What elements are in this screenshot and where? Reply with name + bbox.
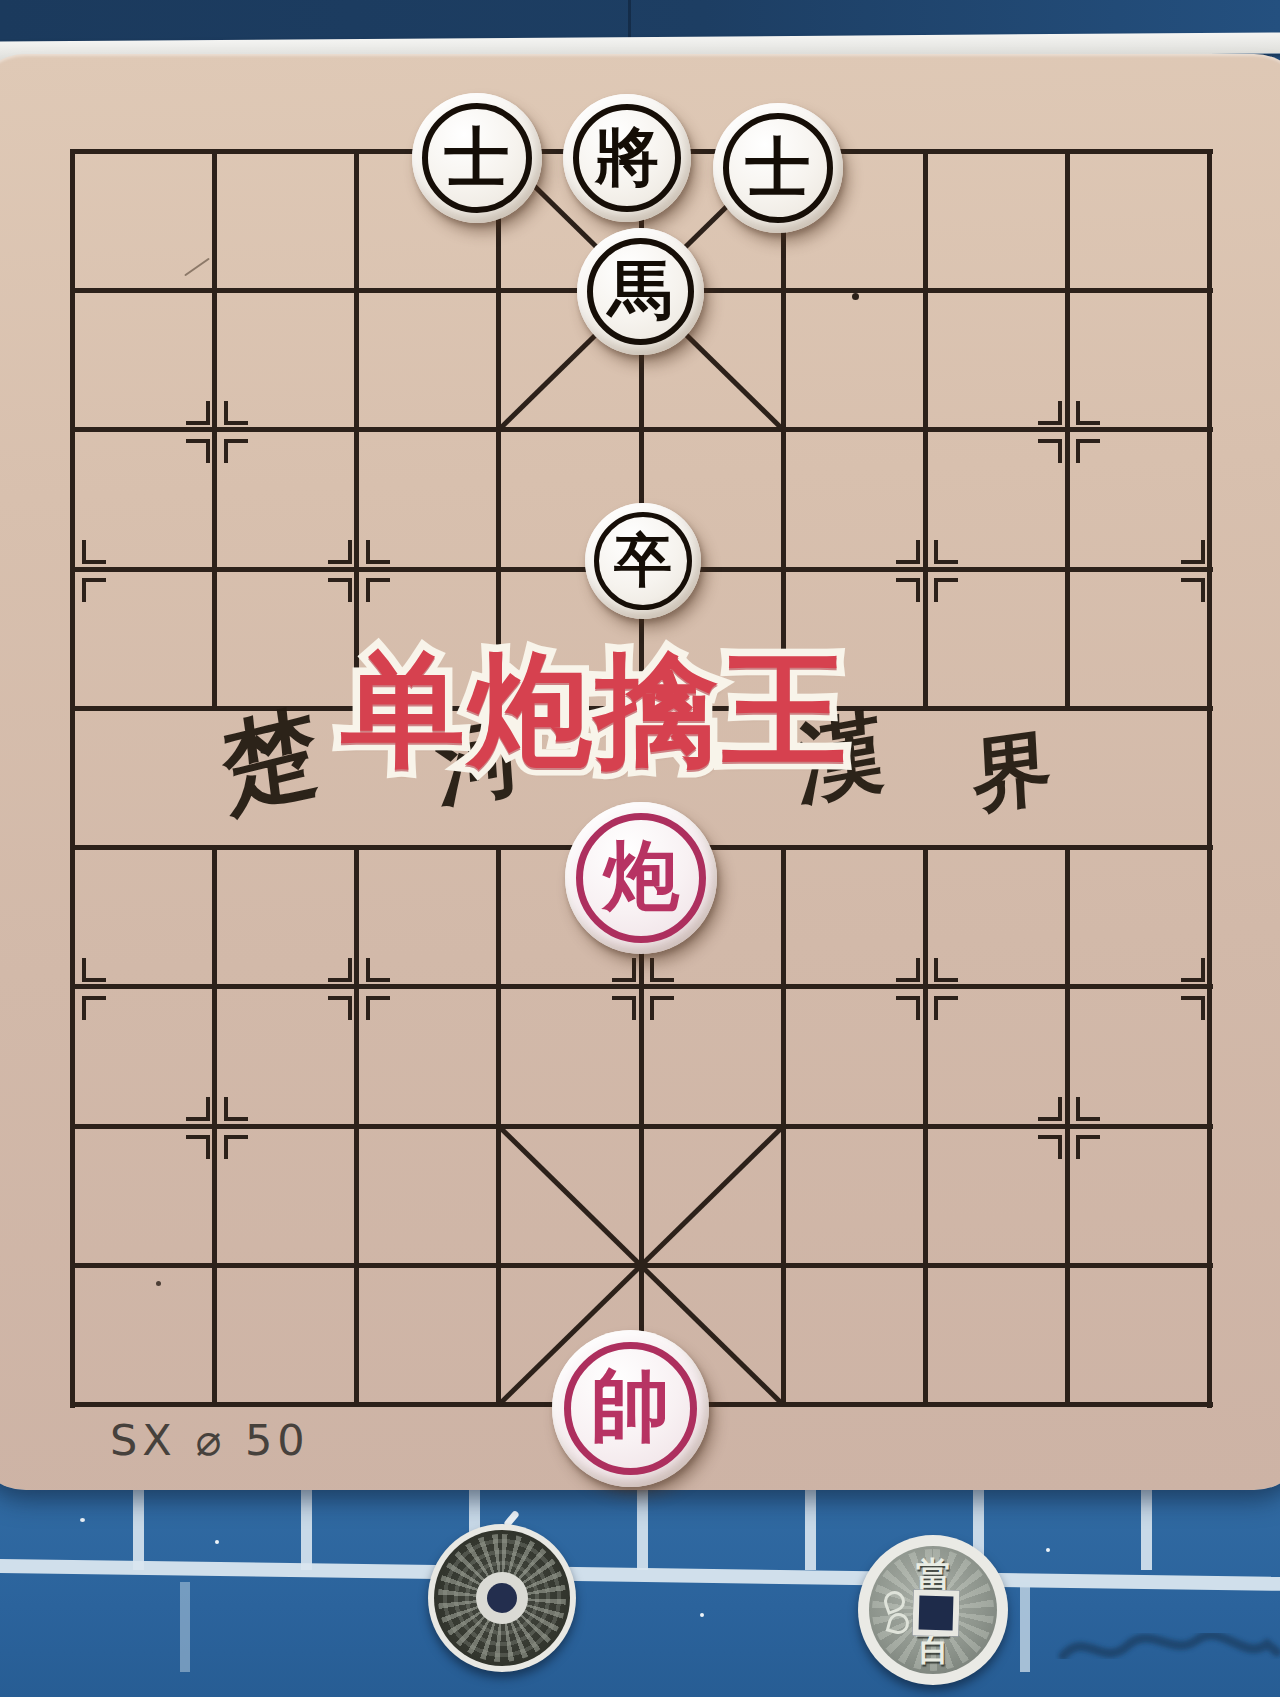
piece-ring: 馬 — [587, 238, 694, 345]
photo-scene: 楚 河 漢 界 士將士馬卒炮帥 单炮擒王 单炮擒王 SX ⌀ 50 當 百 — [0, 0, 1280, 1697]
puzzle-title: 单炮擒王 单炮擒王 — [341, 629, 849, 796]
piece-ring: 士 — [723, 113, 833, 223]
piece-ring: 將 — [573, 104, 681, 212]
piece-black-general[interactable]: 將 — [563, 94, 691, 222]
piece-black-advisor-1[interactable]: 士 — [412, 93, 542, 223]
piece-glyph-士: 士 — [746, 134, 811, 199]
piece-black-soldier[interactable]: 卒 — [585, 503, 701, 619]
piece-black-advisor-2[interactable]: 士 — [713, 103, 843, 233]
coin-square-hole — [912, 1589, 959, 1636]
piece-red-cannon[interactable]: 炮 — [565, 802, 717, 954]
river-char-chu: 楚 — [218, 700, 323, 819]
piece-glyph-帥: 帥 — [591, 1367, 670, 1446]
piece-glyph-卒: 卒 — [614, 531, 672, 589]
piece-glyph-炮: 炮 — [603, 838, 679, 914]
piece-glyph-馬: 馬 — [608, 258, 672, 322]
mat-size-label: SX ⌀ 50 — [110, 1415, 310, 1465]
piece-ring: 士 — [422, 103, 532, 213]
coin-hole — [487, 1583, 517, 1613]
watermark-smudge — [1055, 1618, 1280, 1678]
piece-ring: 卒 — [594, 512, 692, 610]
piece-ring: 炮 — [576, 813, 706, 943]
puzzle-title-text: 单炮擒王 — [341, 629, 849, 796]
piece-glyph-士: 士 — [445, 124, 510, 189]
wall-seam — [628, 0, 631, 42]
round-hole-coin — [428, 1524, 576, 1672]
river-char-jie: 界 — [970, 726, 1053, 817]
coin-char-top: 當 — [916, 1557, 950, 1591]
piece-red-general[interactable]: 帥 — [552, 1330, 709, 1487]
piece-black-horse[interactable]: 馬 — [577, 228, 704, 355]
square-hole-coin: 當 百 — [858, 1535, 1008, 1685]
piece-glyph-將: 將 — [595, 125, 659, 189]
piece-ring: 帥 — [564, 1342, 697, 1475]
